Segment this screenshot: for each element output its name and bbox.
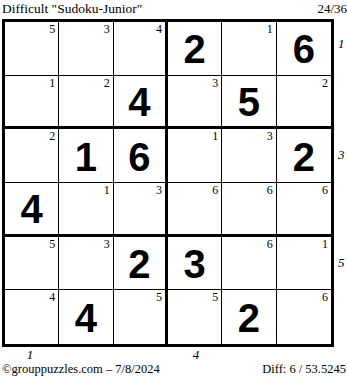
cell-r2c6[interactable]: 2	[277, 76, 331, 130]
cell-digit: 2	[238, 298, 260, 338]
cell-r5c4[interactable]: 3	[168, 237, 222, 291]
progress-counter: 24/36	[317, 1, 347, 17]
cell-r2c3[interactable]: 4	[114, 76, 168, 130]
pencil-mark: 3	[212, 76, 218, 90]
pencil-mark: 3	[104, 237, 110, 251]
sudoku-grid: 534216124352216132413666532361445526	[2, 19, 334, 347]
cell-r1c6[interactable]: 6	[277, 22, 331, 76]
pencil-mark: 3	[104, 22, 110, 36]
cell-r6c5[interactable]: 2	[222, 290, 276, 344]
cell-r3c5[interactable]: 3	[222, 129, 276, 183]
cell-r6c6[interactable]: 6	[277, 290, 331, 344]
pencil-mark: 6	[267, 237, 273, 251]
pencil-mark: 1	[322, 237, 328, 251]
cell-r4c3[interactable]: 3	[114, 183, 168, 237]
cell-r3c3[interactable]: 6	[114, 129, 168, 183]
cell-r3c2[interactable]: 1	[59, 129, 113, 183]
cell-r4c6[interactable]: 6	[277, 183, 331, 237]
cell-digit: 6	[293, 29, 315, 69]
pencil-mark: 5	[212, 290, 218, 304]
puzzle-page: Difficult "Sudoku-Junior" 24/36 53421612…	[0, 0, 347, 381]
col-label-4: 4	[193, 348, 200, 362]
cell-r3c4[interactable]: 1	[168, 129, 222, 183]
cell-digit: 4	[75, 298, 97, 338]
cell-r2c4[interactable]: 3	[168, 76, 222, 130]
pencil-mark: 6	[212, 183, 218, 197]
cell-r4c1[interactable]: 4	[5, 183, 59, 237]
cell-digit: 2	[184, 29, 206, 69]
cell-r2c1[interactable]: 1	[5, 76, 59, 130]
cell-r6c1[interactable]: 4	[5, 290, 59, 344]
cell-r1c1[interactable]: 5	[5, 22, 59, 76]
cell-digit: 6	[128, 137, 150, 177]
pencil-mark: 1	[267, 22, 273, 36]
pencil-mark: 5	[156, 290, 162, 304]
cell-r5c6[interactable]: 1	[277, 237, 331, 291]
cell-digit: 1	[75, 137, 97, 177]
pencil-mark: 2	[104, 76, 110, 90]
pencil-mark: 4	[156, 22, 162, 36]
cell-r5c3[interactable]: 2	[114, 237, 168, 291]
cell-r6c4[interactable]: 5	[168, 290, 222, 344]
row-label-1: 1	[338, 37, 345, 51]
pencil-mark: 1	[104, 183, 110, 197]
cell-digit: 4	[21, 189, 43, 229]
pencil-mark: 6	[322, 183, 328, 197]
pencil-mark: 4	[49, 290, 55, 304]
pencil-mark: 5	[49, 237, 55, 251]
cell-r1c3[interactable]: 4	[114, 22, 168, 76]
cell-r1c2[interactable]: 3	[59, 22, 113, 76]
cell-r1c5[interactable]: 1	[222, 22, 276, 76]
cell-r5c2[interactable]: 3	[59, 237, 113, 291]
row-label-3: 3	[338, 148, 345, 162]
pencil-mark: 1	[49, 76, 55, 90]
cell-r4c4[interactable]: 6	[168, 183, 222, 237]
copyright-date: ©grouppuzzles.com – 7/8/2024	[2, 362, 160, 377]
pencil-mark: 3	[267, 129, 273, 143]
pencil-mark: 6	[322, 290, 328, 304]
cell-r5c5[interactable]: 6	[222, 237, 276, 291]
cell-r4c5[interactable]: 6	[222, 183, 276, 237]
cell-r1c4[interactable]: 2	[168, 22, 222, 76]
cell-digit: 2	[128, 244, 150, 284]
pencil-mark: 5	[49, 22, 55, 36]
pencil-mark: 2	[322, 76, 328, 90]
cell-r5c1[interactable]: 5	[5, 237, 59, 291]
difficulty-rating: Diff: 6 / 53.5245	[262, 362, 346, 377]
cell-r6c2[interactable]: 4	[59, 290, 113, 344]
cell-r6c3[interactable]: 5	[114, 290, 168, 344]
cell-r4c2[interactable]: 1	[59, 183, 113, 237]
cell-r2c2[interactable]: 2	[59, 76, 113, 130]
cell-digit: 4	[128, 82, 150, 122]
cell-r2c5[interactable]: 5	[222, 76, 276, 130]
puzzle-title: Difficult "Sudoku-Junior"	[2, 1, 142, 17]
row-label-5: 5	[338, 256, 345, 270]
cell-digit: 2	[293, 137, 315, 177]
cell-digit: 3	[184, 244, 206, 284]
cell-digit: 5	[238, 82, 260, 122]
cell-r3c6[interactable]: 2	[277, 129, 331, 183]
pencil-mark: 3	[156, 183, 162, 197]
pencil-mark: 1	[212, 129, 218, 143]
pencil-mark: 6	[267, 183, 273, 197]
col-label-1: 1	[27, 348, 34, 362]
pencil-mark: 2	[49, 129, 55, 143]
cell-r3c1[interactable]: 2	[5, 129, 59, 183]
